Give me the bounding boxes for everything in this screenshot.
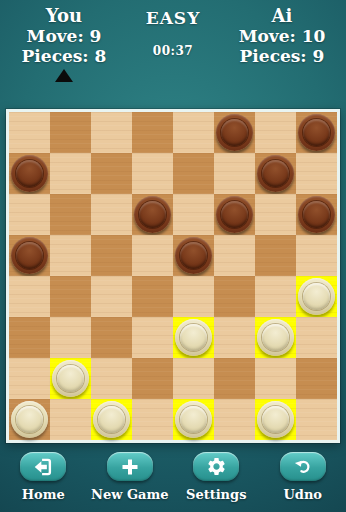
board-square[interactable] (173, 276, 214, 317)
board-square[interactable] (173, 194, 214, 235)
board-square[interactable] (214, 358, 255, 399)
board-square[interactable] (9, 112, 50, 153)
board-square[interactable] (132, 399, 173, 440)
settings-label: Settings (186, 487, 246, 502)
board-square[interactable] (255, 112, 296, 153)
new-game-label: New Game (91, 487, 168, 502)
checker-piece-cream[interactable] (175, 401, 212, 438)
checker-piece-brown[interactable] (216, 196, 253, 233)
board-square[interactable] (91, 276, 132, 317)
board-square[interactable] (296, 235, 337, 276)
home-button[interactable] (20, 452, 66, 481)
board-square[interactable] (214, 194, 255, 235)
ai-move-count: Move: 10 (226, 26, 338, 46)
undo-icon (292, 456, 314, 478)
board-square[interactable] (255, 276, 296, 317)
board-square[interactable] (255, 194, 296, 235)
board-square[interactable] (132, 194, 173, 235)
board-square[interactable] (214, 317, 255, 358)
game-timer: 00:37 (146, 44, 201, 58)
board-square[interactable] (50, 235, 91, 276)
board-square[interactable] (173, 399, 214, 440)
plus-icon (118, 455, 142, 479)
center-panel: EASY 00:37 (146, 5, 201, 100)
checker-piece-brown[interactable] (11, 155, 48, 192)
settings-button[interactable] (193, 452, 239, 481)
checker-piece-cream[interactable] (52, 360, 89, 397)
board-square[interactable] (9, 153, 50, 194)
board-square[interactable] (296, 153, 337, 194)
player-move-count: Move: 9 (8, 26, 120, 46)
home-label: Home (22, 487, 65, 502)
checker-piece-brown[interactable] (216, 114, 253, 151)
board-square[interactable] (214, 276, 255, 317)
board-square[interactable] (91, 399, 132, 440)
checkers-board (6, 109, 340, 443)
board-square[interactable] (9, 317, 50, 358)
board-square[interactable] (50, 276, 91, 317)
checker-piece-cream[interactable] (11, 401, 48, 438)
checker-piece-cream[interactable] (257, 401, 294, 438)
board-square[interactable] (132, 358, 173, 399)
board-square[interactable] (296, 112, 337, 153)
undo-label: Udno (283, 487, 322, 502)
board-square[interactable] (214, 153, 255, 194)
checker-piece-brown[interactable] (257, 155, 294, 192)
board-square[interactable] (296, 317, 337, 358)
checker-piece-brown[interactable] (134, 196, 171, 233)
player-name: You (8, 5, 120, 26)
board-square[interactable] (173, 153, 214, 194)
board-square[interactable] (296, 276, 337, 317)
gear-icon (206, 456, 227, 477)
board-square[interactable] (132, 235, 173, 276)
board-square[interactable] (255, 153, 296, 194)
home-tool: Home (0, 452, 87, 502)
board-square[interactable] (214, 112, 255, 153)
top-status-bar: You Move: 9 Pieces: 8 EASY 00:37 Ai Move… (0, 0, 346, 100)
board-square[interactable] (255, 399, 296, 440)
board-square[interactable] (50, 153, 91, 194)
home-exit-icon (32, 456, 54, 478)
undo-tool: Udno (260, 452, 346, 502)
ai-panel: Ai Move: 10 Pieces: 9 (226, 5, 338, 100)
board-square[interactable] (296, 194, 337, 235)
checker-piece-brown[interactable] (298, 196, 335, 233)
board-square[interactable] (9, 235, 50, 276)
checker-piece-brown[interactable] (175, 237, 212, 274)
board-square[interactable] (91, 153, 132, 194)
checker-piece-brown[interactable] (11, 237, 48, 274)
board-square[interactable] (173, 358, 214, 399)
board-square[interactable] (132, 317, 173, 358)
board-square[interactable] (91, 194, 132, 235)
board-square[interactable] (214, 399, 255, 440)
board-square[interactable] (132, 153, 173, 194)
board-square[interactable] (9, 358, 50, 399)
new-game-button[interactable] (107, 452, 153, 481)
new-game-tool: New Game (87, 452, 174, 502)
bottom-toolbar: Home New Game Settings (0, 452, 346, 502)
ai-pieces-count: Pieces: 9 (226, 46, 338, 66)
board-square[interactable] (50, 358, 91, 399)
board-square[interactable] (255, 358, 296, 399)
board-square[interactable] (255, 235, 296, 276)
board-square[interactable] (132, 276, 173, 317)
board-square[interactable] (296, 399, 337, 440)
turn-indicator-triangle (55, 69, 73, 82)
board-square[interactable] (9, 399, 50, 440)
checker-piece-cream[interactable] (93, 401, 130, 438)
board-square[interactable] (9, 194, 50, 235)
board-square[interactable] (50, 194, 91, 235)
board-square[interactable] (173, 317, 214, 358)
board-square[interactable] (173, 235, 214, 276)
checker-piece-cream[interactable] (257, 319, 294, 356)
board-square[interactable] (91, 112, 132, 153)
board-square[interactable] (91, 358, 132, 399)
checker-piece-cream[interactable] (175, 319, 212, 356)
board-square[interactable] (132, 112, 173, 153)
ai-name: Ai (226, 5, 338, 26)
player-pieces-count: Pieces: 8 (8, 46, 120, 66)
checker-piece-cream[interactable] (298, 278, 335, 315)
board-square[interactable] (50, 399, 91, 440)
player-panel: You Move: 9 Pieces: 8 (8, 5, 120, 100)
board-square[interactable] (214, 235, 255, 276)
difficulty-label: EASY (146, 8, 201, 28)
board-square[interactable] (173, 112, 214, 153)
settings-tool: Settings (173, 452, 260, 502)
undo-button[interactable] (280, 452, 326, 481)
board-square[interactable] (296, 358, 337, 399)
board-square[interactable] (91, 317, 132, 358)
board-square[interactable] (50, 112, 91, 153)
board-square[interactable] (91, 235, 132, 276)
board-square[interactable] (9, 276, 50, 317)
board-square[interactable] (50, 317, 91, 358)
checker-piece-brown[interactable] (298, 114, 335, 151)
board-square[interactable] (255, 317, 296, 358)
